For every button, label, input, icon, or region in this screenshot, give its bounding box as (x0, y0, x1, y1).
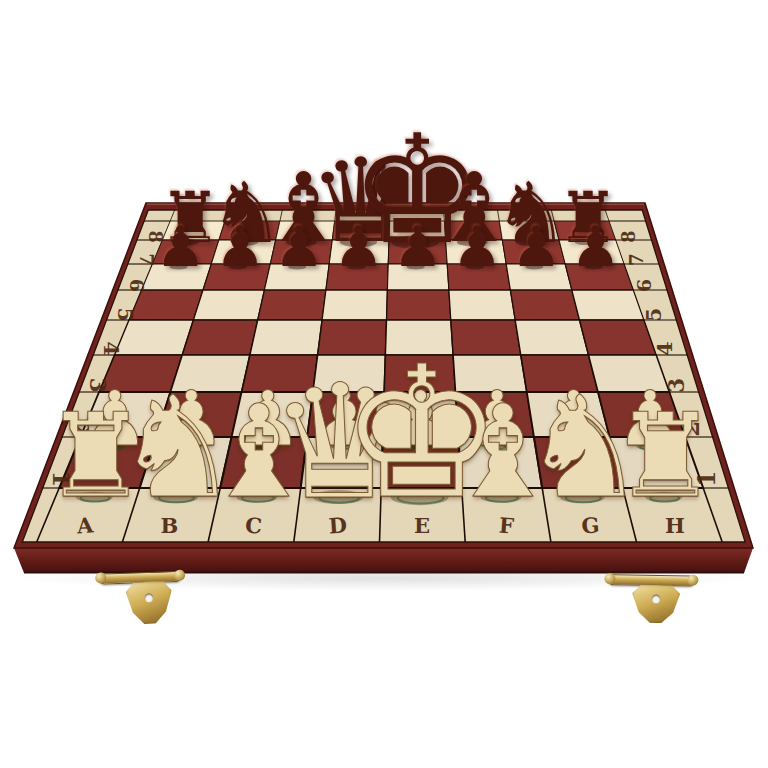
label-rank-left-7: 7 (136, 253, 157, 266)
label-rank-right-7: 7 (626, 253, 647, 266)
square-e5[interactable] (387, 290, 451, 320)
label-rank-left-5: 5 (113, 308, 136, 322)
piece-dark-pawn-f7[interactable]: ♟ (452, 219, 502, 275)
latch-pendant-icon (125, 581, 172, 625)
square-d5[interactable] (322, 290, 387, 320)
latch-left (99, 568, 191, 631)
piece-dark-pawn-e7[interactable]: ♟ (393, 219, 443, 275)
square-c5[interactable] (258, 290, 326, 320)
latch-pendant-icon (632, 585, 681, 624)
square-g5[interactable] (510, 290, 579, 320)
piece-dark-pawn-g7[interactable]: ♟ (511, 219, 561, 275)
latch-hole-icon (144, 593, 153, 602)
square-h4[interactable] (580, 320, 657, 355)
label-rank-left-6: 6 (126, 279, 148, 292)
latch-hole-icon (651, 595, 660, 604)
label-rank-left-4: 4 (99, 342, 123, 356)
piece-dark-pawn-a7[interactable]: ♟ (156, 219, 206, 275)
label-rank-right-8: 8 (618, 230, 639, 242)
square-g4[interactable] (515, 320, 588, 355)
piece-dark-pawn-d7[interactable]: ♟ (333, 219, 383, 275)
piece-dark-pawn-c7[interactable]: ♟ (274, 219, 324, 275)
square-f5[interactable] (449, 290, 515, 320)
label-rank-right-4: 4 (653, 342, 677, 356)
square-b5[interactable] (193, 290, 264, 320)
label-rank-right-5: 5 (643, 308, 666, 322)
label-rank-right-6: 6 (633, 279, 655, 292)
latch-right (607, 572, 703, 634)
square-b4[interactable] (182, 320, 258, 355)
chess-set-photo: ABCDEFGH8877665544332211 ♜♞♝♛♚♝♞♜♟♟♟♟♟♟♟… (0, 0, 768, 768)
latch-bar-icon (608, 574, 694, 586)
square-a4[interactable] (115, 320, 194, 355)
piece-dark-pawn-h7[interactable]: ♟ (570, 219, 620, 275)
square-a5[interactable] (129, 290, 203, 320)
piece-light-rook-h1[interactable]: ♜ (614, 398, 718, 514)
square-h5[interactable] (572, 290, 644, 320)
box-front-edge (14, 548, 753, 573)
piece-dark-pawn-b7[interactable]: ♟ (215, 219, 265, 275)
